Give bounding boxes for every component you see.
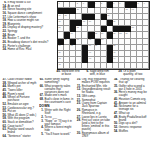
cell-number: 15	[64, 14, 66, 16]
bottom-clue-column-3: 10.Org. that frequently makes POW reques…	[76, 78, 111, 149]
cell-number: 40	[89, 51, 91, 53]
cell-number: 23	[132, 26, 134, 28]
cell-number: 7	[119, 2, 120, 4]
clue-text: Home of Rev. Paul	[7, 48, 55, 51]
clue-number: 6.	[84, 70, 89, 76]
bottom-clue-columns: 37.Claw creator Noble38.Winged archer of…	[2, 78, 148, 149]
clue-text: First act voice on tube (and a hint to t…	[82, 119, 111, 131]
clue-number: 34.	[2, 48, 7, 51]
clue-text: Muffles	[119, 130, 148, 133]
cell-number: 20	[113, 20, 115, 22]
cell-number: 17	[58, 20, 60, 22]
bottom-clue-column-4: 34."Thanks for clearing that up!"35.Golf…	[113, 78, 148, 149]
cell-number: 13	[132, 8, 134, 10]
across-clues-column: 6.It may follow a cut14.At an end15.Nerv…	[2, 1, 55, 70]
cell-number: 37	[95, 44, 97, 46]
cell-number: 36	[89, 44, 91, 46]
clue-number: 40.	[56, 70, 61, 76]
clue-text: Bud's close in fame, in the courtroom's …	[45, 98, 74, 104]
grid-cell[interactable]	[143, 63, 149, 69]
cell-number: 31	[77, 38, 79, 40]
cell-number: 10	[77, 8, 79, 10]
under-grid-clues: 40.Word with first or base6.Sage drew hi…	[56, 70, 149, 77]
clue-number: 54.	[113, 130, 118, 133]
cell-number: 35	[71, 44, 73, 46]
cell-number: 14	[58, 14, 60, 16]
cell-number: 38	[113, 44, 115, 46]
cell-number: 27	[113, 32, 115, 34]
cell-number: 18	[83, 20, 85, 22]
clue-item: 6.Sage drew him with, in blue	[84, 70, 115, 76]
cell-number: 42	[58, 57, 60, 59]
cell-number: 22	[77, 26, 79, 28]
cell-number: 33	[101, 38, 103, 40]
clue-number: 28.	[76, 119, 81, 131]
clue-item: 5."You'll have to work"	[39, 133, 74, 136]
clue-item: 64."Sentence" starter	[2, 135, 37, 138]
cell-number: 19	[89, 20, 91, 22]
cell-number: 25	[95, 32, 97, 34]
clue-number: 30.	[76, 132, 81, 138]
cell-number: 21	[58, 26, 60, 28]
cell-number: 43	[89, 57, 91, 59]
cell-number: 11	[107, 8, 109, 10]
clue-text: Sage drew him with, in blue	[90, 70, 116, 76]
clue-text: Of a plant quantity, of two	[123, 70, 146, 76]
cell-number: 5	[101, 2, 102, 4]
cell-number: 41	[113, 51, 115, 53]
cell-number: 28	[119, 32, 121, 34]
clue-item: 30.Eponymous album of 1969	[76, 132, 111, 138]
clue-number: 39.	[118, 70, 123, 76]
clue-item: 54.Muffles	[113, 130, 148, 133]
clue-item: 40.Word with first or base	[56, 70, 82, 76]
crossword-puzzle-page: { "game": "crossword", "position": "....…	[0, 0, 150, 150]
cell-number: 45	[58, 63, 60, 65]
clue-number: 5.	[39, 133, 44, 136]
clue-text: "Sentence" starter	[7, 135, 36, 138]
cell-number: 16	[107, 14, 109, 16]
bottom-clue-column-1: 37.Claw creator Noble38.Winged archer of…	[2, 78, 37, 149]
clue-text: Word with first or base	[61, 70, 81, 76]
cell-number: 2	[77, 2, 78, 4]
cell-number: 32	[89, 38, 91, 40]
cell-number: 12	[125, 8, 127, 10]
clue-text: Eponymous album of 1969	[82, 132, 111, 138]
cell-number: 30	[64, 38, 66, 40]
cell-number: 39	[58, 51, 60, 53]
cell-number: 26	[101, 32, 103, 34]
clue-number: 68.	[39, 98, 44, 104]
cell-number: 1	[58, 2, 59, 4]
cell-number: 34	[58, 44, 60, 46]
clue-item: 28.First act voice on tube (and a hint t…	[76, 119, 111, 131]
cell-number: 29	[125, 32, 127, 34]
cell-number: 6	[113, 2, 114, 4]
cell-number: 4	[95, 2, 96, 4]
cell-number: 8	[138, 2, 139, 4]
crossword-grid[interactable]: 1234567891011121314151617181920212223242…	[57, 1, 150, 70]
clue-item: 39.Of a plant quantity, of two	[118, 70, 147, 76]
clue-text: "You'll have to work"	[45, 133, 74, 136]
cell-number: 24	[71, 32, 73, 34]
clue-item: 68.Bud's close in fame, in the courtroom…	[39, 98, 74, 104]
bottom-clue-column-2: 65.Suffer when saying something?66.What …	[39, 78, 74, 149]
cell-number: 3	[83, 2, 84, 4]
clue-number: 64.	[2, 135, 7, 138]
clue-item: 34.Home of Rev. Paul	[2, 48, 55, 51]
cell-number: 44	[113, 57, 115, 59]
cell-number: 9	[144, 2, 145, 4]
